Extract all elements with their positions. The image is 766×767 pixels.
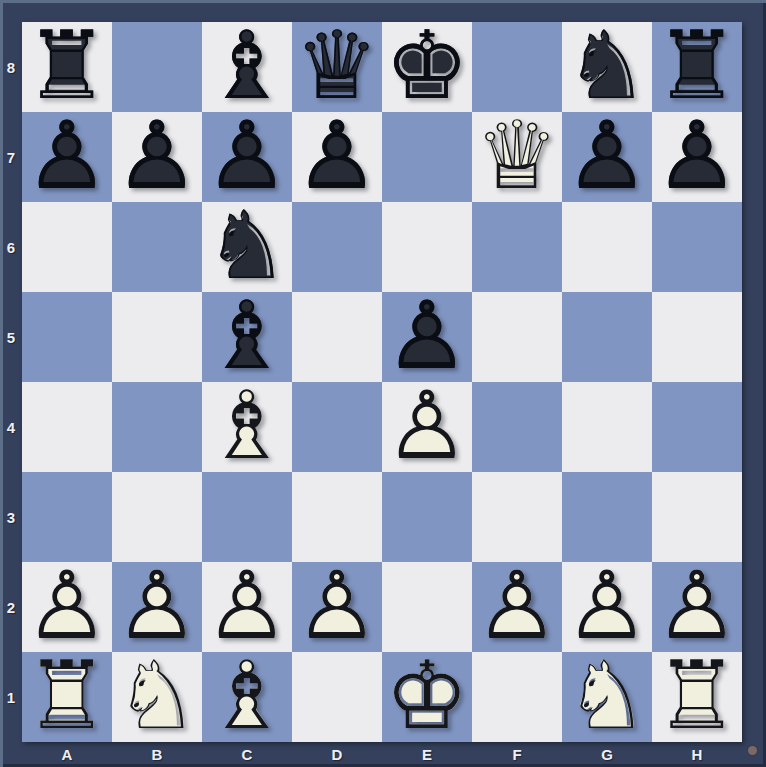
white-pawn-f2: ♟♙ [472,562,562,652]
file-label-c: C [202,742,292,766]
square-g2[interactable]: ♟♙ [562,562,652,652]
corner-dot [748,746,757,755]
white-pawn-e4: ♟♙ [382,382,472,472]
piece-glyph-outline: ♙ [472,562,562,652]
square-e2[interactable] [382,562,472,652]
square-c7[interactable]: ♟♙ [202,112,292,202]
square-a1[interactable]: ♜♖ [22,652,112,742]
rank-label-6: 6 [0,202,22,292]
black-pawn-g7: ♟♙ [562,112,652,202]
rank-label-1: 1 [0,652,22,742]
black-pawn-e5: ♟♙ [382,292,472,382]
piece-glyph-outline: ♔ [382,22,472,112]
piece-glyph-outline: ♙ [652,112,742,202]
square-b6[interactable] [112,202,202,292]
square-f6[interactable] [472,202,562,292]
file-label-g: G [562,742,652,766]
piece-glyph-outline: ♗ [202,292,292,382]
square-f8[interactable] [472,22,562,112]
square-h2[interactable]: ♟♙ [652,562,742,652]
square-h7[interactable]: ♟♙ [652,112,742,202]
piece-glyph-outline: ♙ [112,562,202,652]
square-b2[interactable]: ♟♙ [112,562,202,652]
piece-glyph-outline: ♙ [22,112,112,202]
square-d7[interactable]: ♟♙ [292,112,382,202]
black-queen-d8: ♛♕ [292,22,382,112]
piece-glyph-outline: ♖ [22,22,112,112]
white-pawn-h2: ♟♙ [652,562,742,652]
square-c1[interactable]: ♝♗ [202,652,292,742]
square-a6[interactable] [22,202,112,292]
square-b8[interactable] [112,22,202,112]
square-f3[interactable] [472,472,562,562]
square-d5[interactable] [292,292,382,382]
file-label-f: F [472,742,562,766]
square-c5[interactable]: ♝♗ [202,292,292,382]
white-bishop-c1: ♝♗ [202,652,292,742]
rank-label-5: 5 [0,292,22,382]
piece-glyph-outline: ♙ [292,112,382,202]
square-a2[interactable]: ♟♙ [22,562,112,652]
rank-label-8: 8 [0,22,22,112]
black-bishop-c5: ♝♗ [202,292,292,382]
square-g3[interactable] [562,472,652,562]
square-g4[interactable] [562,382,652,472]
piece-glyph-outline: ♙ [562,112,652,202]
square-f5[interactable] [472,292,562,382]
black-pawn-c7: ♟♙ [202,112,292,202]
file-label-b: B [112,742,202,766]
piece-glyph-outline: ♘ [562,652,652,742]
piece-glyph-outline: ♙ [202,112,292,202]
square-a4[interactable] [22,382,112,472]
square-c3[interactable] [202,472,292,562]
square-b1[interactable]: ♞♘ [112,652,202,742]
black-bishop-c8: ♝♗ [202,22,292,112]
piece-glyph-outline: ♘ [112,652,202,742]
white-queen-f7: ♛♕ [472,112,562,202]
square-a5[interactable] [22,292,112,382]
square-f4[interactable] [472,382,562,472]
board-frame: 87654321 ♜♖♝♗♛♕♚♔♞♘♜♖♟♙♟♙♟♙♟♙♛♕♟♙♟♙♞♘♝♗♟… [0,0,766,767]
white-pawn-g2: ♟♙ [562,562,652,652]
square-d6[interactable] [292,202,382,292]
square-c8[interactable]: ♝♗ [202,22,292,112]
black-knight-c6: ♞♘ [202,202,292,292]
black-king-e8: ♚♔ [382,22,472,112]
rank-label-7: 7 [0,112,22,202]
piece-glyph-outline: ♙ [382,382,472,472]
square-a3[interactable] [22,472,112,562]
square-e8[interactable]: ♚♔ [382,22,472,112]
square-e4[interactable]: ♟♙ [382,382,472,472]
piece-glyph-outline: ♙ [292,562,382,652]
white-rook-h1: ♜♖ [652,652,742,742]
black-pawn-b7: ♟♙ [112,112,202,202]
square-f1[interactable] [472,652,562,742]
square-d8[interactable]: ♛♕ [292,22,382,112]
square-a8[interactable]: ♜♖ [22,22,112,112]
black-knight-g8: ♞♘ [562,22,652,112]
square-e5[interactable]: ♟♙ [382,292,472,382]
piece-glyph-outline: ♙ [562,562,652,652]
piece-glyph-outline: ♙ [652,562,742,652]
piece-glyph-outline: ♖ [652,22,742,112]
black-rook-a8: ♜♖ [22,22,112,112]
square-b4[interactable] [112,382,202,472]
square-h1[interactable]: ♜♖ [652,652,742,742]
piece-glyph-outline: ♙ [382,292,472,382]
square-c6[interactable]: ♞♘ [202,202,292,292]
rank-label-4: 4 [0,382,22,472]
piece-glyph-outline: ♔ [382,652,472,742]
square-b3[interactable] [112,472,202,562]
square-g5[interactable] [562,292,652,382]
black-rook-h8: ♜♖ [652,22,742,112]
square-g1[interactable]: ♞♘ [562,652,652,742]
white-pawn-a2: ♟♙ [22,562,112,652]
white-pawn-d2: ♟♙ [292,562,382,652]
piece-glyph-outline: ♗ [202,382,292,472]
rank-labels: 87654321 [0,22,22,742]
piece-glyph-outline: ♙ [112,112,202,202]
square-h5[interactable] [652,292,742,382]
square-g8[interactable]: ♞♘ [562,22,652,112]
black-pawn-a7: ♟♙ [22,112,112,202]
square-h6[interactable] [652,202,742,292]
square-e3[interactable] [382,472,472,562]
square-e6[interactable] [382,202,472,292]
piece-glyph-outline: ♖ [652,652,742,742]
square-e7[interactable] [382,112,472,202]
square-e1[interactable]: ♚♔ [382,652,472,742]
square-h3[interactable] [652,472,742,562]
piece-glyph-outline: ♙ [22,562,112,652]
piece-glyph-outline: ♕ [472,112,562,202]
file-label-e: E [382,742,472,766]
white-knight-b1: ♞♘ [112,652,202,742]
square-c2[interactable]: ♟♙ [202,562,292,652]
rank-label-2: 2 [0,562,22,652]
piece-glyph-outline: ♗ [202,22,292,112]
white-pawn-b2: ♟♙ [112,562,202,652]
square-d4[interactable] [292,382,382,472]
square-g7[interactable]: ♟♙ [562,112,652,202]
piece-glyph-outline: ♘ [202,202,292,292]
piece-glyph-outline: ♕ [292,22,382,112]
file-label-a: A [22,742,112,766]
square-a7[interactable]: ♟♙ [22,112,112,202]
white-knight-g1: ♞♘ [562,652,652,742]
white-king-e1: ♚♔ [382,652,472,742]
file-label-d: D [292,742,382,766]
piece-glyph-outline: ♘ [562,22,652,112]
white-rook-a1: ♜♖ [22,652,112,742]
square-h4[interactable] [652,382,742,472]
piece-glyph-outline: ♗ [202,652,292,742]
square-b5[interactable] [112,292,202,382]
square-f7[interactable]: ♛♕ [472,112,562,202]
chess-board: ♜♖♝♗♛♕♚♔♞♘♜♖♟♙♟♙♟♙♟♙♛♕♟♙♟♙♞♘♝♗♟♙♝♗♟♙♟♙♟♙… [22,22,742,742]
square-d3[interactable] [292,472,382,562]
white-bishop-c4: ♝♗ [202,382,292,472]
black-pawn-d7: ♟♙ [292,112,382,202]
square-b7[interactable]: ♟♙ [112,112,202,202]
square-c4[interactable]: ♝♗ [202,382,292,472]
square-d1[interactable] [292,652,382,742]
white-pawn-c2: ♟♙ [202,562,292,652]
square-h8[interactable]: ♜♖ [652,22,742,112]
square-g6[interactable] [562,202,652,292]
rank-label-3: 3 [0,472,22,562]
black-pawn-h7: ♟♙ [652,112,742,202]
piece-glyph-outline: ♙ [202,562,292,652]
piece-glyph-outline: ♖ [22,652,112,742]
file-label-h: H [652,742,742,766]
square-d2[interactable]: ♟♙ [292,562,382,652]
file-labels: ABCDEFGH [22,742,742,766]
square-f2[interactable]: ♟♙ [472,562,562,652]
